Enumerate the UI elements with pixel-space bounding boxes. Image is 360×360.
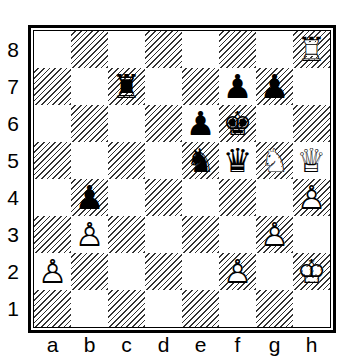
file-label-a: a bbox=[34, 332, 71, 358]
file-label-d: d bbox=[145, 332, 182, 358]
square-b5[interactable] bbox=[71, 142, 108, 179]
square-d5[interactable] bbox=[145, 142, 182, 179]
piece-glyph: ♟ bbox=[260, 70, 290, 103]
square-c8[interactable] bbox=[108, 31, 145, 68]
square-b7[interactable] bbox=[71, 68, 108, 105]
black-pawn-f7[interactable]: ♟ bbox=[219, 68, 256, 105]
file-labels: abcdefgh bbox=[34, 332, 330, 358]
square-h6[interactable] bbox=[293, 105, 330, 142]
rank-label-3: 3 bbox=[0, 216, 26, 253]
square-e8[interactable] bbox=[182, 31, 219, 68]
rank-labels: 87654321 bbox=[0, 31, 26, 327]
rank-label-8: 8 bbox=[0, 31, 26, 68]
square-e7[interactable] bbox=[182, 68, 219, 105]
square-f2[interactable]: ♟♙ bbox=[219, 253, 256, 290]
file-label-b: b bbox=[71, 332, 108, 358]
square-g7[interactable]: ♟ bbox=[256, 68, 293, 105]
white-pawn-h4[interactable]: ♟♙ bbox=[293, 179, 330, 216]
square-a2[interactable]: ♟♙ bbox=[34, 253, 71, 290]
piece-glyph: ♙ bbox=[297, 181, 327, 214]
square-h2[interactable]: ♚♔ bbox=[293, 253, 330, 290]
piece-glyph: ♖ bbox=[297, 33, 327, 66]
piece-glyph: ♟ bbox=[223, 70, 253, 103]
square-g5[interactable]: ♞♘ bbox=[256, 142, 293, 179]
square-e4[interactable] bbox=[182, 179, 219, 216]
square-g6[interactable] bbox=[256, 105, 293, 142]
rank-label-2: 2 bbox=[0, 253, 26, 290]
rank-label-4: 4 bbox=[0, 179, 26, 216]
square-f5[interactable]: ♛ bbox=[219, 142, 256, 179]
square-g1[interactable] bbox=[256, 290, 293, 327]
square-e5[interactable]: ♞ bbox=[182, 142, 219, 179]
white-pawn-b3[interactable]: ♟♙ bbox=[71, 216, 108, 253]
square-g8[interactable] bbox=[256, 31, 293, 68]
square-b6[interactable] bbox=[71, 105, 108, 142]
square-b8[interactable] bbox=[71, 31, 108, 68]
square-d3[interactable] bbox=[145, 216, 182, 253]
square-d6[interactable] bbox=[145, 105, 182, 142]
square-c6[interactable] bbox=[108, 105, 145, 142]
square-h7[interactable] bbox=[293, 68, 330, 105]
piece-glyph: ♙ bbox=[223, 255, 253, 288]
piece-glyph: ♟ bbox=[186, 107, 216, 140]
square-d1[interactable] bbox=[145, 290, 182, 327]
square-h3[interactable] bbox=[293, 216, 330, 253]
rank-label-6: 6 bbox=[0, 105, 26, 142]
square-b3[interactable]: ♟♙ bbox=[71, 216, 108, 253]
white-pawn-g3[interactable]: ♟♙ bbox=[256, 216, 293, 253]
black-knight-e5[interactable]: ♞ bbox=[182, 142, 219, 179]
board-frame: ♜♖♜♟♟♟♚♞♛♞♘♛♕♟♟♙♟♙♟♙♟♙♟♙♚♔ bbox=[28, 25, 336, 333]
piece-glyph: ♘ bbox=[260, 144, 290, 177]
square-d8[interactable] bbox=[145, 31, 182, 68]
square-f7[interactable]: ♟ bbox=[219, 68, 256, 105]
square-e3[interactable] bbox=[182, 216, 219, 253]
black-pawn-e6[interactable]: ♟ bbox=[182, 105, 219, 142]
rank-label-7: 7 bbox=[0, 68, 26, 105]
rank-label-1: 1 bbox=[0, 290, 26, 327]
square-c2[interactable] bbox=[108, 253, 145, 290]
square-h8[interactable]: ♜♖ bbox=[293, 31, 330, 68]
white-rook-h8[interactable]: ♜♖ bbox=[293, 31, 330, 68]
piece-glyph: ♙ bbox=[75, 218, 105, 251]
piece-glyph: ♔ bbox=[297, 255, 327, 288]
square-h4[interactable]: ♟♙ bbox=[293, 179, 330, 216]
square-a5[interactable] bbox=[34, 142, 71, 179]
piece-glyph: ♟ bbox=[75, 181, 105, 214]
square-c7[interactable]: ♜ bbox=[108, 68, 145, 105]
square-h5[interactable]: ♛♕ bbox=[293, 142, 330, 179]
piece-glyph: ♙ bbox=[38, 255, 68, 288]
rank-label-5: 5 bbox=[0, 142, 26, 179]
square-e1[interactable] bbox=[182, 290, 219, 327]
white-pawn-a2[interactable]: ♟♙ bbox=[34, 253, 71, 290]
square-b1[interactable] bbox=[71, 290, 108, 327]
square-f4[interactable] bbox=[219, 179, 256, 216]
black-rook-c7[interactable]: ♜ bbox=[108, 68, 145, 105]
square-d4[interactable] bbox=[145, 179, 182, 216]
black-queen-f5[interactable]: ♛ bbox=[219, 142, 256, 179]
square-g2[interactable] bbox=[256, 253, 293, 290]
square-f3[interactable] bbox=[219, 216, 256, 253]
file-label-c: c bbox=[108, 332, 145, 358]
square-d2[interactable] bbox=[145, 253, 182, 290]
square-f1[interactable] bbox=[219, 290, 256, 327]
square-a3[interactable] bbox=[34, 216, 71, 253]
square-b2[interactable] bbox=[71, 253, 108, 290]
square-a8[interactable] bbox=[34, 31, 71, 68]
piece-glyph: ♞ bbox=[186, 144, 216, 177]
file-label-g: g bbox=[256, 332, 293, 358]
square-a7[interactable] bbox=[34, 68, 71, 105]
piece-glyph: ♚ bbox=[223, 107, 253, 140]
square-d7[interactable] bbox=[145, 68, 182, 105]
black-pawn-g7[interactable]: ♟ bbox=[256, 68, 293, 105]
piece-glyph: ♛ bbox=[223, 144, 253, 177]
piece-glyph: ♜ bbox=[112, 70, 142, 103]
square-e6[interactable]: ♟ bbox=[182, 105, 219, 142]
square-c3[interactable] bbox=[108, 216, 145, 253]
piece-glyph: ♕ bbox=[297, 144, 327, 177]
square-h1[interactable] bbox=[293, 290, 330, 327]
square-a1[interactable] bbox=[34, 290, 71, 327]
black-pawn-b4[interactable]: ♟ bbox=[71, 179, 108, 216]
square-a4[interactable] bbox=[34, 179, 71, 216]
piece-glyph: ♙ bbox=[260, 218, 290, 251]
file-label-e: e bbox=[182, 332, 219, 358]
square-c5[interactable] bbox=[108, 142, 145, 179]
square-e2[interactable] bbox=[182, 253, 219, 290]
square-f8[interactable] bbox=[219, 31, 256, 68]
white-king-h2[interactable]: ♚♔ bbox=[293, 253, 330, 290]
chess-diagram: 87654321 ♜♖♜♟♟♟♚♞♛♞♘♛♕♟♟♙♟♙♟♙♟♙♟♙♚♔ abcd… bbox=[0, 0, 360, 360]
square-c1[interactable] bbox=[108, 290, 145, 327]
black-king-f6[interactable]: ♚ bbox=[219, 105, 256, 142]
chess-board: ♜♖♜♟♟♟♚♞♛♞♘♛♕♟♟♙♟♙♟♙♟♙♟♙♚♔ bbox=[34, 31, 330, 327]
square-a6[interactable] bbox=[34, 105, 71, 142]
board-inner-border: ♜♖♜♟♟♟♚♞♛♞♘♛♕♟♟♙♟♙♟♙♟♙♟♙♚♔ bbox=[33, 30, 331, 328]
square-c4[interactable] bbox=[108, 179, 145, 216]
file-label-f: f bbox=[219, 332, 256, 358]
square-g4[interactable] bbox=[256, 179, 293, 216]
file-label-h: h bbox=[293, 332, 330, 358]
square-f6[interactable]: ♚ bbox=[219, 105, 256, 142]
white-knight-g5[interactable]: ♞♘ bbox=[256, 142, 293, 179]
white-pawn-f2[interactable]: ♟♙ bbox=[219, 253, 256, 290]
white-queen-h5[interactable]: ♛♕ bbox=[293, 142, 330, 179]
square-b4[interactable]: ♟ bbox=[71, 179, 108, 216]
square-g3[interactable]: ♟♙ bbox=[256, 216, 293, 253]
